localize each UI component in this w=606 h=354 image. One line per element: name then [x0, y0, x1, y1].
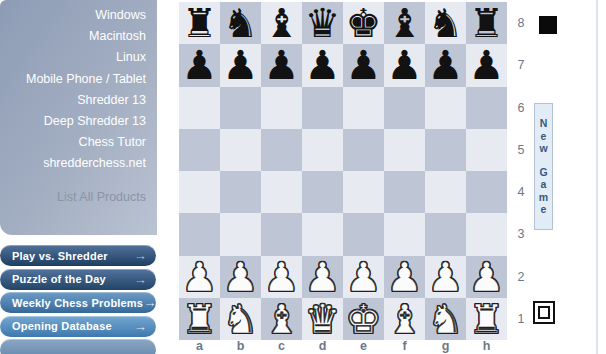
square-a2[interactable]: ♟︎ — [179, 256, 220, 298]
square-a3[interactable] — [179, 213, 220, 255]
square-b5[interactable] — [220, 129, 261, 171]
square-g1[interactable]: ♞︎ — [425, 298, 466, 340]
square-d5[interactable] — [302, 129, 343, 171]
square-d2[interactable]: ♟︎ — [302, 256, 343, 298]
square-b6[interactable] — [220, 87, 261, 129]
rank-label-5: 5 — [511, 129, 531, 171]
weekly-chess-problems-button[interactable]: Weekly Chess Problems → — [0, 292, 156, 313]
square-e8[interactable]: ♚︎ — [343, 2, 384, 44]
square-h2[interactable]: ♟︎ — [466, 256, 507, 298]
square-f5[interactable] — [384, 129, 425, 171]
white-rook: ♜︎ — [469, 298, 505, 340]
black-pawn: ♟︎ — [182, 44, 218, 86]
file-label-e: e — [343, 339, 384, 353]
square-b4[interactable] — [220, 171, 261, 213]
square-c6[interactable] — [261, 87, 302, 129]
white-pawn: ♟︎ — [387, 256, 423, 298]
square-e2[interactable]: ♟︎ — [343, 256, 384, 298]
file-label-g: g — [425, 339, 466, 353]
square-d8[interactable]: ♛︎ — [302, 2, 343, 44]
square-g8[interactable]: ♞︎ — [425, 2, 466, 44]
file-labels: abcdefgh — [179, 339, 507, 353]
file-label-f: f — [384, 339, 425, 353]
square-a7[interactable]: ♟︎ — [179, 44, 220, 86]
clipped-nav-button[interactable] — [0, 339, 156, 354]
square-c2[interactable]: ♟︎ — [261, 256, 302, 298]
square-f6[interactable] — [384, 87, 425, 129]
black-rook: ♜︎ — [182, 2, 218, 44]
play-vs-shredder-label: Play vs. Shredder — [12, 250, 108, 262]
square-g5[interactable] — [425, 129, 466, 171]
square-d3[interactable] — [302, 213, 343, 255]
rank-label-4: 4 — [511, 171, 531, 213]
square-f3[interactable] — [384, 213, 425, 255]
square-e6[interactable] — [343, 87, 384, 129]
file-label-b: b — [220, 339, 261, 353]
rank-labels: 87654321 — [511, 2, 531, 340]
arrow-right-icon: → — [134, 316, 147, 337]
black-bishop: ♝︎ — [264, 2, 300, 44]
square-d1[interactable]: ♛︎ — [302, 298, 343, 340]
new-game-button[interactable]: NewGame — [534, 103, 553, 230]
black-queen: ♛︎ — [305, 2, 341, 44]
square-b8[interactable]: ♞︎ — [220, 2, 261, 44]
square-g6[interactable] — [425, 87, 466, 129]
arrow-right-icon: → — [134, 245, 147, 266]
rank-label-6: 6 — [511, 87, 531, 129]
product-sidebar: Windows Macintosh Linux Mobile Phone / T… — [0, 0, 157, 235]
square-e1[interactable]: ♚︎ — [343, 298, 384, 340]
square-g3[interactable] — [425, 213, 466, 255]
black-knight: ♞︎ — [428, 2, 464, 44]
square-g7[interactable]: ♟︎ — [425, 44, 466, 86]
square-c3[interactable] — [261, 213, 302, 255]
white-bishop: ♝︎ — [264, 298, 300, 340]
black-pawn: ♟︎ — [346, 44, 382, 86]
square-a4[interactable] — [179, 171, 220, 213]
chess-board: ♜︎♞︎♝︎♛︎♚︎♝︎♞︎♜︎♟︎♟︎♟︎♟︎♟︎♟︎♟︎♟︎♟︎♟︎♟︎♟︎… — [179, 2, 507, 340]
arrow-right-icon: → — [143, 292, 156, 313]
square-e5[interactable] — [343, 129, 384, 171]
file-label-c: c — [261, 339, 302, 353]
square-d6[interactable] — [302, 87, 343, 129]
square-f2[interactable]: ♟︎ — [384, 256, 425, 298]
white-pawn: ♟︎ — [346, 256, 382, 298]
white-pawn: ♟︎ — [264, 256, 300, 298]
nav-buttons: Play vs. Shredder → Puzzle of the Day → … — [0, 245, 156, 354]
opening-database-button[interactable]: Opening Database → — [0, 316, 156, 337]
shredder-chess-page: Windows Macintosh Linux Mobile Phone / T… — [0, 0, 606, 354]
square-g2[interactable]: ♟︎ — [425, 256, 466, 298]
square-a5[interactable] — [179, 129, 220, 171]
black-king: ♚︎ — [346, 2, 382, 44]
sidebar-item-shredderchess-net[interactable]: shredderchess.net — [0, 153, 157, 174]
square-h1[interactable]: ♜︎ — [466, 298, 507, 340]
black-pawn: ♟︎ — [387, 44, 423, 86]
white-queen: ♛︎ — [305, 298, 341, 340]
black-pawn: ♟︎ — [264, 44, 300, 86]
square-a8[interactable]: ♜︎ — [179, 2, 220, 44]
square-c5[interactable] — [261, 129, 302, 171]
square-h7[interactable]: ♟︎ — [466, 44, 507, 86]
square-g4[interactable] — [425, 171, 466, 213]
square-e7[interactable]: ♟︎ — [343, 44, 384, 86]
weekly-chess-problems-label: Weekly Chess Problems — [12, 297, 143, 309]
sidebar-item-deepshredder13[interactable]: Deep Shredder 13 — [0, 111, 157, 132]
black-pawn: ♟︎ — [428, 44, 464, 86]
square-e4[interactable] — [343, 171, 384, 213]
white-pawn: ♟︎ — [223, 256, 259, 298]
black-pawn: ♟︎ — [305, 44, 341, 86]
square-c1[interactable]: ♝︎ — [261, 298, 302, 340]
square-h4[interactable] — [466, 171, 507, 213]
white-pawn: ♟︎ — [305, 256, 341, 298]
square-f1[interactable]: ♝︎ — [384, 298, 425, 340]
rank-label-2: 2 — [511, 256, 531, 298]
square-a1[interactable]: ♜︎ — [179, 298, 220, 340]
sidebar-item-linux[interactable]: Linux — [0, 47, 157, 68]
square-f8[interactable]: ♝︎ — [384, 2, 425, 44]
white-knight: ♞︎ — [223, 298, 259, 340]
file-label-d: d — [302, 339, 343, 353]
black-rook: ♜︎ — [469, 2, 505, 44]
square-h3[interactable] — [466, 213, 507, 255]
rank-label-3: 3 — [511, 213, 531, 255]
side-select-white-button[interactable] — [533, 301, 555, 324]
play-vs-shredder-button[interactable]: Play vs. Shredder → — [0, 245, 156, 266]
square-a6[interactable] — [179, 87, 220, 129]
puzzle-of-the-day-label: Puzzle of the Day — [12, 273, 106, 285]
square-c8[interactable]: ♝︎ — [261, 2, 302, 44]
white-pawn: ♟︎ — [428, 256, 464, 298]
square-d4[interactable] — [302, 171, 343, 213]
white-rook: ♜︎ — [182, 298, 218, 340]
sidebar-item-shredder13[interactable]: Shredder 13 — [0, 90, 157, 111]
square-f7[interactable]: ♟︎ — [384, 44, 425, 86]
black-pawn: ♟︎ — [469, 44, 505, 86]
square-b2[interactable]: ♟︎ — [220, 256, 261, 298]
side-select-black-button[interactable] — [539, 16, 557, 34]
puzzle-of-the-day-button[interactable]: Puzzle of the Day → — [0, 269, 156, 290]
black-pawn: ♟︎ — [223, 44, 259, 86]
black-bishop: ♝︎ — [387, 2, 423, 44]
sidebar-item-windows[interactable]: Windows — [0, 5, 157, 26]
black-knight: ♞︎ — [223, 2, 259, 44]
square-h5[interactable] — [466, 129, 507, 171]
square-h8[interactable]: ♜︎ — [466, 2, 507, 44]
list-all-products-link[interactable]: List All Products — [0, 188, 157, 206]
rank-label-1: 1 — [511, 298, 531, 340]
white-square-selected-icon — [538, 306, 550, 319]
sidebar-item-chesstutor[interactable]: Chess Tutor — [0, 132, 157, 153]
file-label-h: h — [466, 339, 507, 353]
rank-label-8: 8 — [511, 2, 531, 44]
arrow-right-icon: → — [134, 269, 147, 290]
square-b7[interactable]: ♟︎ — [220, 44, 261, 86]
sidebar-item-macintosh[interactable]: Macintosh — [0, 26, 157, 47]
white-pawn: ♟︎ — [469, 256, 505, 298]
opening-database-label: Opening Database — [12, 320, 112, 332]
white-king: ♚︎ — [346, 298, 382, 340]
rank-label-7: 7 — [511, 44, 531, 86]
square-h6[interactable] — [466, 87, 507, 129]
square-d7[interactable]: ♟︎ — [302, 44, 343, 86]
square-b3[interactable] — [220, 213, 261, 255]
square-f4[interactable] — [384, 171, 425, 213]
white-knight: ♞︎ — [428, 298, 464, 340]
right-border-divider — [596, 0, 598, 354]
white-pawn: ♟︎ — [182, 256, 218, 298]
white-bishop: ♝︎ — [387, 298, 423, 340]
file-label-a: a — [179, 339, 220, 353]
square-b1[interactable]: ♞︎ — [220, 298, 261, 340]
square-c7[interactable]: ♟︎ — [261, 44, 302, 86]
square-c4[interactable] — [261, 171, 302, 213]
sidebar-item-mobile[interactable]: Mobile Phone / Tablet — [0, 69, 157, 90]
square-e3[interactable] — [343, 213, 384, 255]
